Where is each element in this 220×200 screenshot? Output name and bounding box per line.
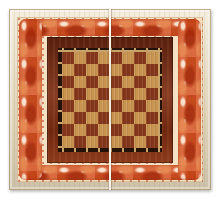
square-a4[interactable] xyxy=(62,100,74,112)
square-a7[interactable] xyxy=(62,64,74,76)
square-e7[interactable] xyxy=(110,64,122,76)
fold-seam-hinge-line xyxy=(109,9,111,190)
square-c2[interactable] xyxy=(86,124,98,136)
square-e2[interactable] xyxy=(110,124,122,136)
square-g7[interactable] xyxy=(134,64,146,76)
square-c3[interactable] xyxy=(86,112,98,124)
square-g8[interactable] xyxy=(134,52,146,64)
square-e6[interactable] xyxy=(110,76,122,88)
square-h4[interactable] xyxy=(146,100,158,112)
square-b4[interactable] xyxy=(74,100,86,112)
square-a8[interactable] xyxy=(62,52,74,64)
square-f3[interactable] xyxy=(122,112,134,124)
square-e1[interactable] xyxy=(110,136,122,148)
square-e8[interactable] xyxy=(110,52,122,64)
square-c4[interactable] xyxy=(86,100,98,112)
square-h8[interactable] xyxy=(146,52,158,64)
square-c8[interactable] xyxy=(86,52,98,64)
square-g3[interactable] xyxy=(134,112,146,124)
square-c7[interactable] xyxy=(86,64,98,76)
ornate-border-right xyxy=(178,19,201,180)
square-c1[interactable] xyxy=(86,136,98,148)
square-h7[interactable] xyxy=(146,64,158,76)
square-b6[interactable] xyxy=(74,76,86,88)
square-e3[interactable] xyxy=(110,112,122,124)
square-c5[interactable] xyxy=(86,88,98,100)
square-f1[interactable] xyxy=(122,136,134,148)
square-a3[interactable] xyxy=(62,112,74,124)
square-f8[interactable] xyxy=(122,52,134,64)
square-h3[interactable] xyxy=(146,112,158,124)
square-b7[interactable] xyxy=(74,64,86,76)
square-f4[interactable] xyxy=(122,100,134,112)
square-g4[interactable] xyxy=(134,100,146,112)
ornate-border-left xyxy=(19,19,42,180)
square-h6[interactable] xyxy=(146,76,158,88)
square-h2[interactable] xyxy=(146,124,158,136)
square-f6[interactable] xyxy=(122,76,134,88)
chess-board-case xyxy=(9,9,211,190)
square-h1[interactable] xyxy=(146,136,158,148)
square-h5[interactable] xyxy=(146,88,158,100)
square-f2[interactable] xyxy=(122,124,134,136)
square-f7[interactable] xyxy=(122,64,134,76)
square-a6[interactable] xyxy=(62,76,74,88)
square-b2[interactable] xyxy=(74,124,86,136)
square-e5[interactable] xyxy=(110,88,122,100)
square-g5[interactable] xyxy=(134,88,146,100)
square-c6[interactable] xyxy=(86,76,98,88)
square-a5[interactable] xyxy=(62,88,74,100)
square-g2[interactable] xyxy=(134,124,146,136)
square-g6[interactable] xyxy=(134,76,146,88)
square-g1[interactable] xyxy=(134,136,146,148)
square-b3[interactable] xyxy=(74,112,86,124)
square-a1[interactable] xyxy=(62,136,74,148)
square-f5[interactable] xyxy=(122,88,134,100)
square-a2[interactable] xyxy=(62,124,74,136)
square-b5[interactable] xyxy=(74,88,86,100)
square-e4[interactable] xyxy=(110,100,122,112)
square-b8[interactable] xyxy=(74,52,86,64)
square-b1[interactable] xyxy=(74,136,86,148)
